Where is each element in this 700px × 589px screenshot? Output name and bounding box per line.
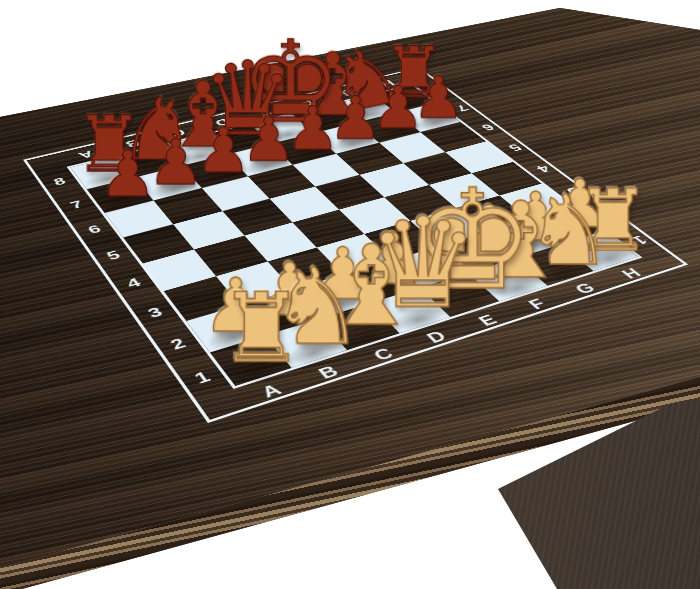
rank-label-left-3: 3: [144, 304, 165, 321]
square-a6[interactable]: [104, 200, 173, 237]
rank-label-right-5: 5: [504, 142, 525, 153]
photo-stage: ♜♞♝♛♚♝♞♜♟♟♟♟♟♟♟♟♟♟♟♟♟♟♟♟♜♞♝♛♚♝♞♜ 8877665…: [0, 0, 700, 589]
file-label-bottom-d: D: [422, 328, 450, 347]
file-label-bottom-g: G: [570, 280, 599, 297]
rank-label-left-8: 8: [51, 175, 68, 187]
piece-black-pawn-a7[interactable]: ♟: [99, 144, 156, 204]
piece-white-rook-a1[interactable]: ♜: [219, 283, 305, 374]
rank-label-right-6: 6: [477, 122, 497, 133]
rank-label-left-2: 2: [167, 335, 189, 353]
file-label-bottom-c: C: [369, 345, 397, 364]
rank-label-left-5: 5: [104, 248, 124, 263]
file-label-bottom-a: A: [257, 380, 285, 401]
file-label-bottom-b: B: [314, 362, 342, 382]
piece-black-pawn-b7[interactable]: ♟: [148, 133, 204, 193]
rank-label-left-7: 7: [67, 198, 85, 211]
square-a1[interactable]: ♜: [210, 335, 292, 386]
rank-label-left-1: 1: [191, 368, 214, 387]
rank-label-left-4: 4: [123, 275, 143, 291]
rank-label-left-6: 6: [85, 222, 104, 236]
file-label-bottom-h: H: [617, 265, 645, 281]
